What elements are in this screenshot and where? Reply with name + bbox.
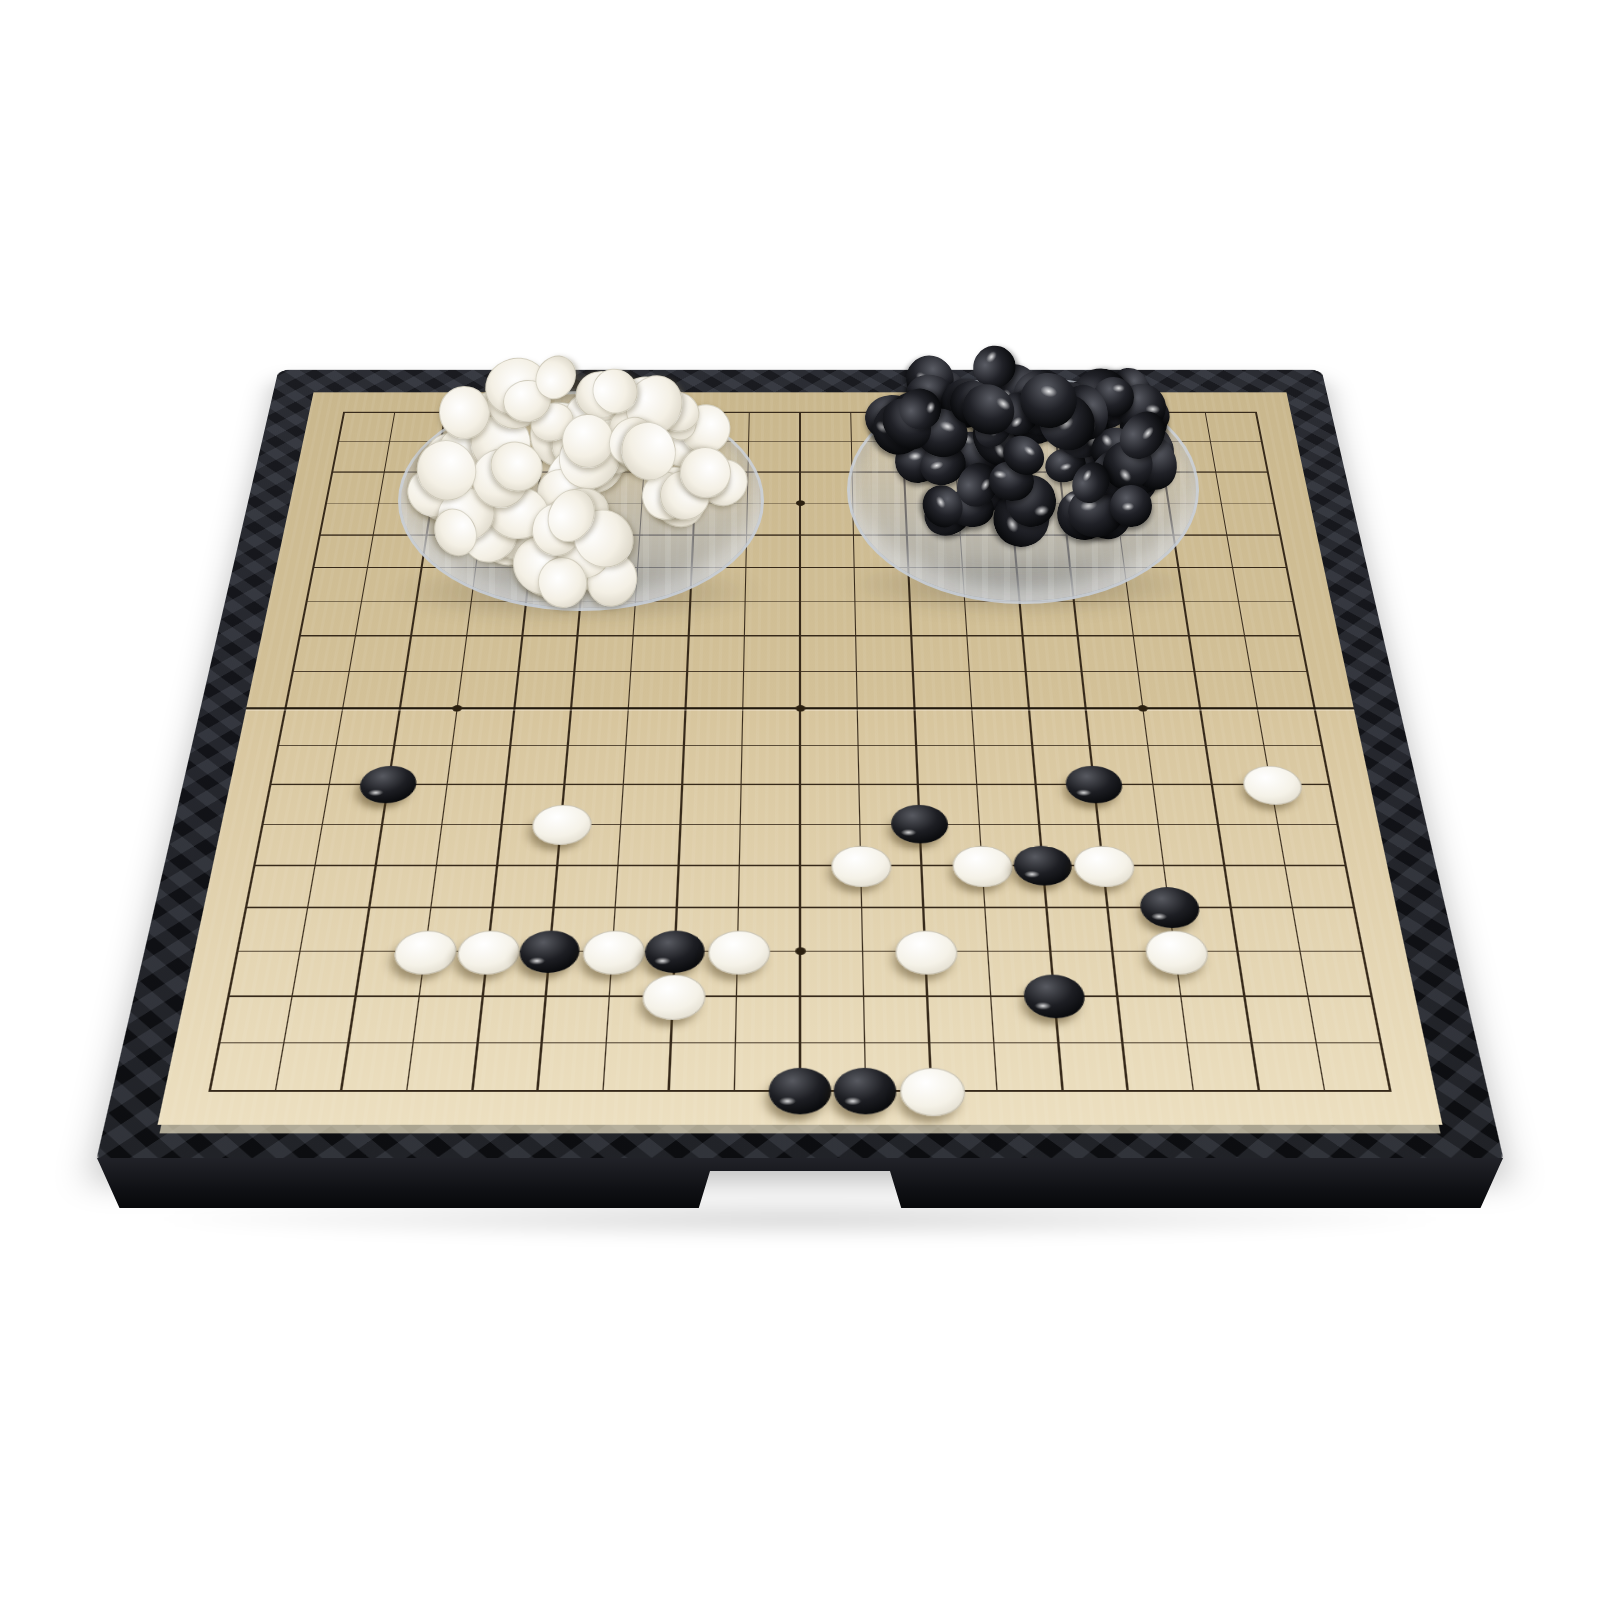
- grid-line-v2: [274, 412, 395, 1092]
- grid-line-h18: [218, 1042, 1382, 1043]
- star-point-10-4: [795, 500, 804, 505]
- stone-black-c6r16[interactable]: [518, 930, 581, 972]
- product-photo-scene: [0, 0, 1600, 1600]
- stone-black-c11r19[interactable]: [834, 1068, 898, 1115]
- go-board: [95, 370, 1505, 1166]
- stone-white-c9r16[interactable]: [707, 930, 770, 974]
- stone-black-c15r12[interactable]: [1064, 766, 1124, 803]
- stone-black-c3r12[interactable]: [357, 766, 419, 803]
- stone-black-c10r19[interactable]: [768, 1068, 831, 1115]
- stone-white-c7r16[interactable]: [581, 930, 646, 974]
- stone-black-c12r13[interactable]: [890, 805, 949, 844]
- stone-white-c4r16[interactable]: [392, 930, 460, 974]
- stone-white-c18r12[interactable]: [1240, 766, 1305, 805]
- grid-line-v18: [1204, 412, 1325, 1092]
- stone-black-c14r14[interactable]: [1012, 846, 1073, 886]
- stone-black-c16r15[interactable]: [1137, 887, 1201, 928]
- stone-white-c8r17[interactable]: [641, 975, 706, 1020]
- stone-black-c8r16[interactable]: [644, 930, 705, 972]
- stone-white-c6r13[interactable]: [531, 805, 594, 845]
- stone-white-c13r14[interactable]: [952, 846, 1015, 887]
- stone-white-c12r16[interactable]: [895, 930, 959, 974]
- grid-line-h17: [227, 996, 1372, 997]
- star-point-16-10: [1138, 705, 1149, 711]
- star-point-10-10: [795, 705, 805, 711]
- stone-black-c14r17[interactable]: [1022, 975, 1086, 1019]
- grid-line-h13: [261, 824, 1338, 825]
- stone-white-c15r14[interactable]: [1072, 846, 1137, 887]
- stone-white-c11r14[interactable]: [831, 846, 892, 887]
- board-surface[interactable]: [158, 392, 1443, 1124]
- stone-white-c12r19[interactable]: [899, 1068, 966, 1116]
- grid-line-h12: [269, 784, 1330, 785]
- stone-white-c5r16[interactable]: [455, 930, 522, 974]
- star-point-10-16: [795, 948, 806, 956]
- stone-white-c16r16[interactable]: [1143, 930, 1211, 974]
- grid-line-v10: [799, 412, 801, 1092]
- star-point-4-10: [452, 705, 463, 711]
- grid-line-h14: [253, 865, 1346, 866]
- grid-line-h11: [277, 745, 1323, 746]
